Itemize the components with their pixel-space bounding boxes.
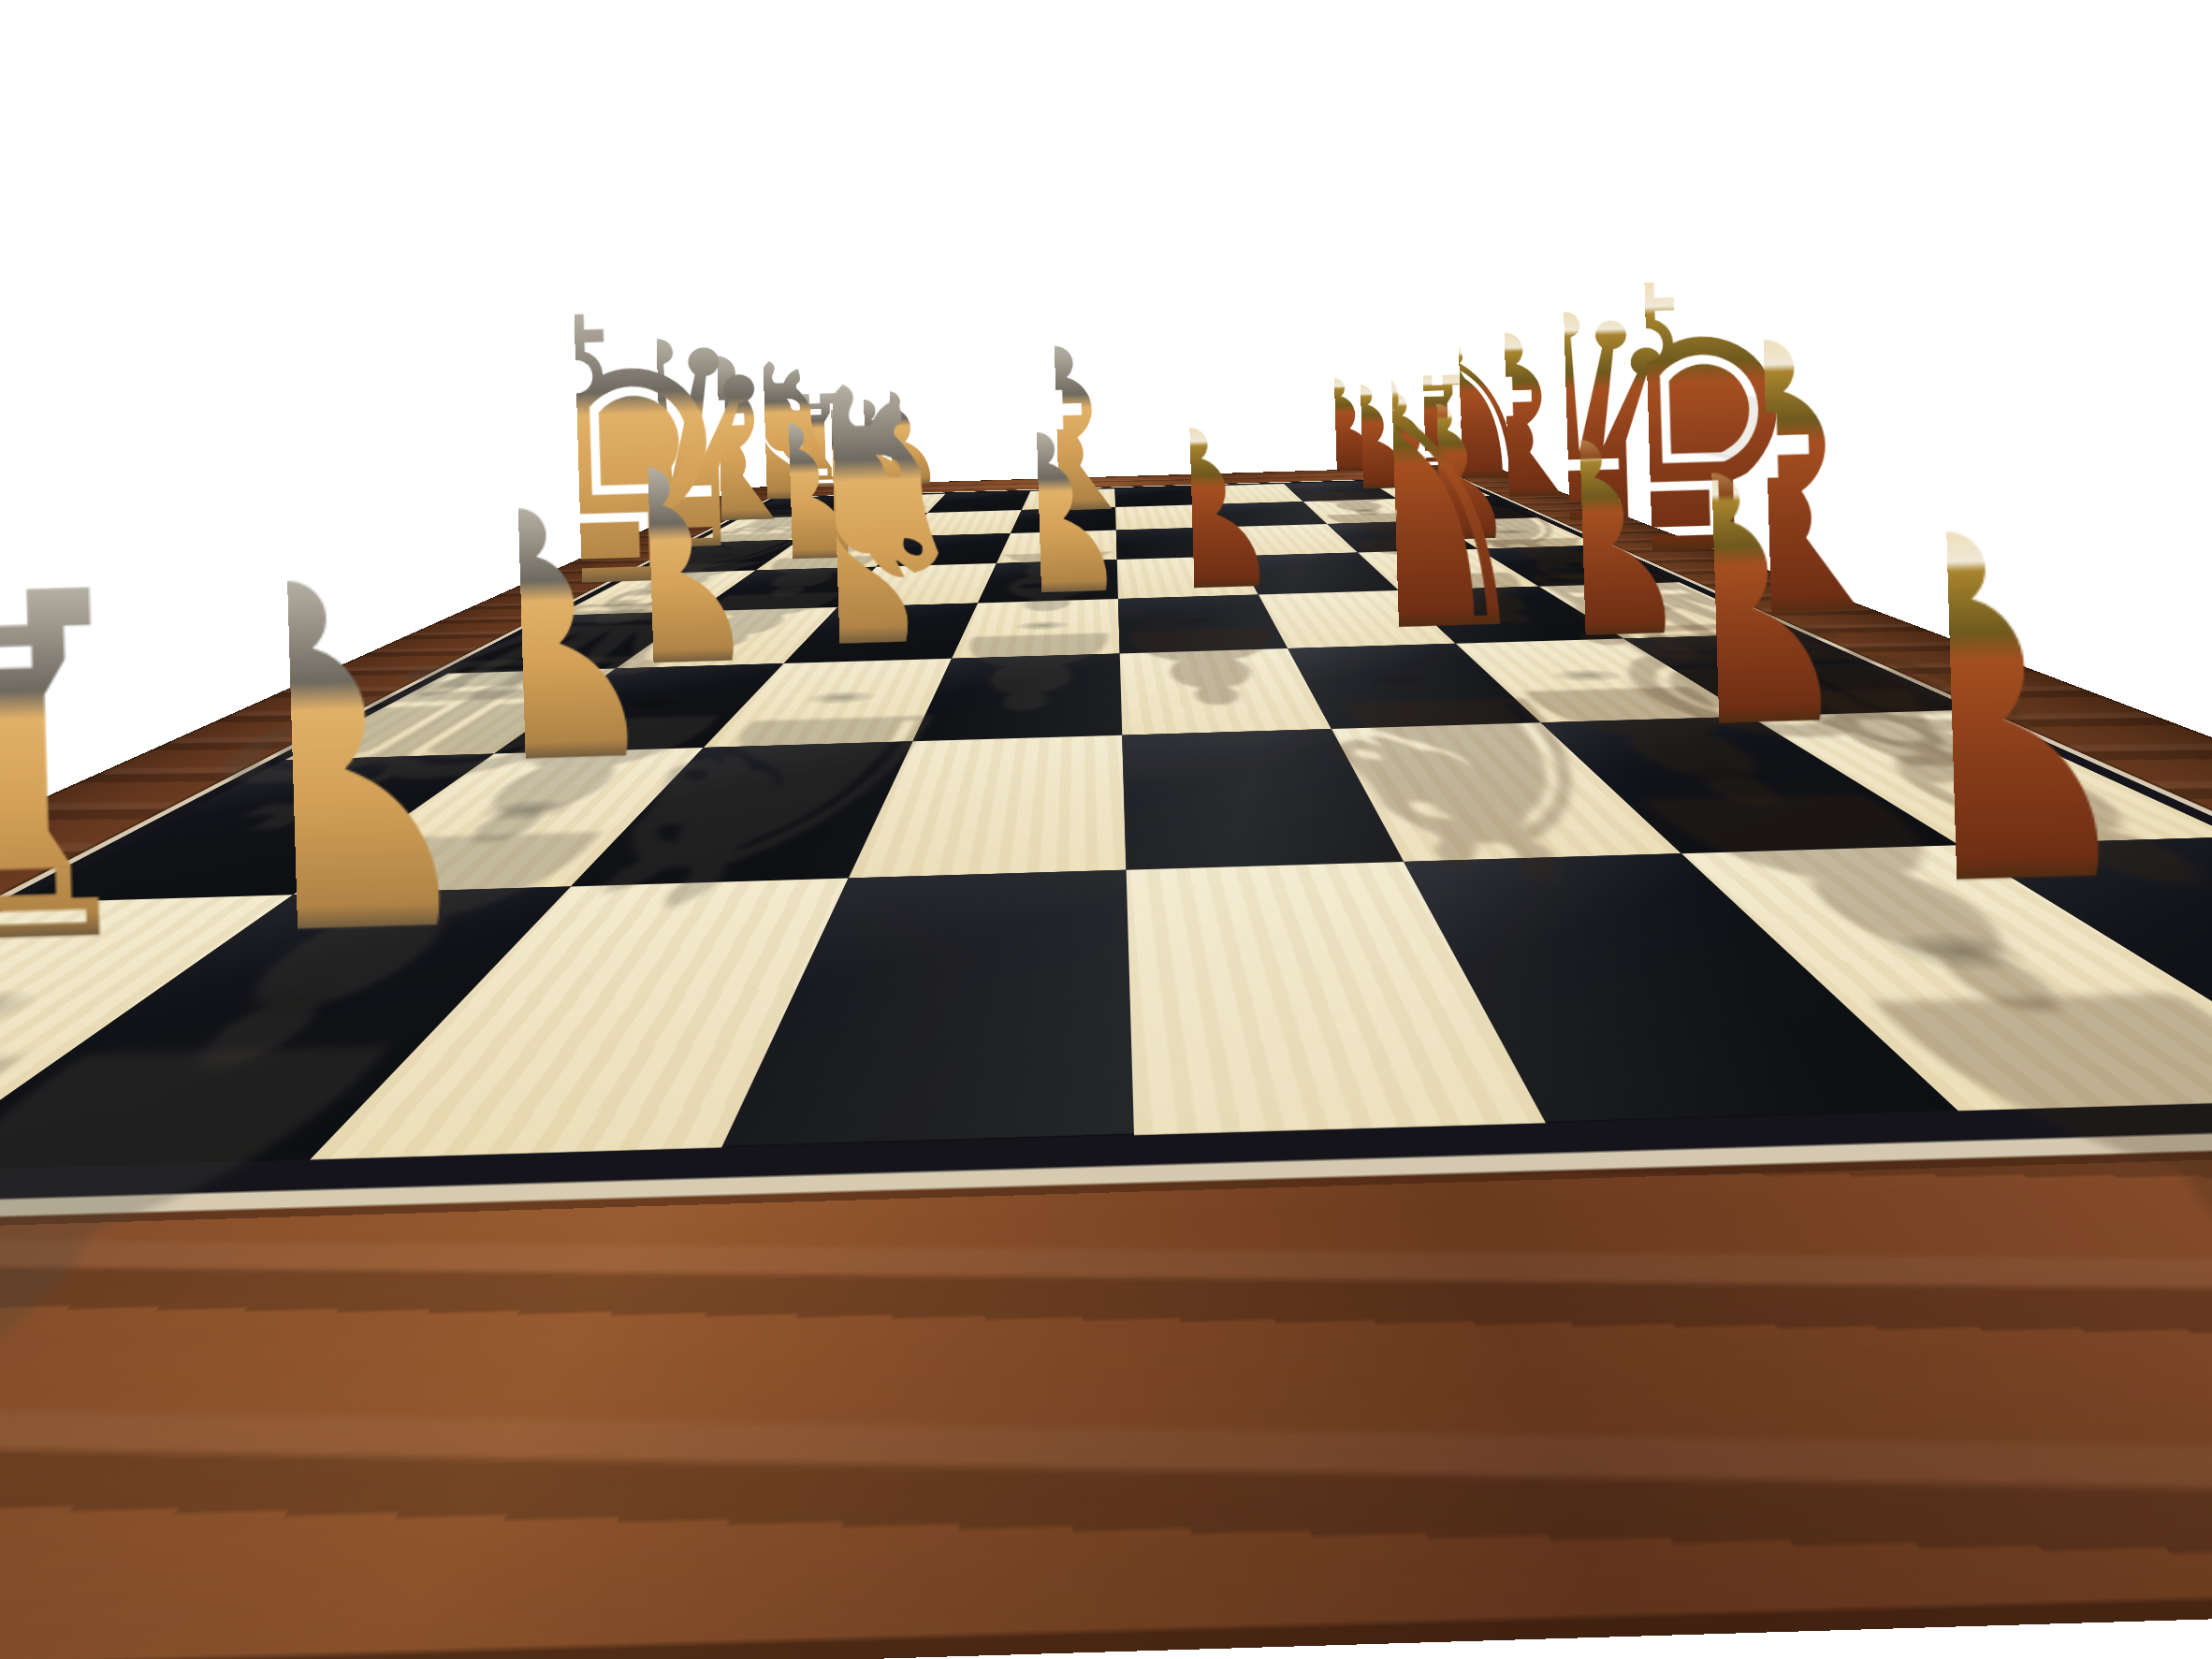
black-knight-icon: ♞	[1231, 323, 1560, 687]
piece-upright: ♟	[1944, 464, 2212, 953]
white-rook-icon: ♜	[0, 530, 182, 1018]
scene: ♜♜♞♞♝♝♛♛♚♚♝♝♜♜♟♟♟♟♟♟♟♟♟♟♟♟♟♟♞♞♟♟♝♝♟♟♞♞♟♟…	[0, 0, 2212, 1659]
reflection-glyph: ♟	[1737, 934, 2212, 1659]
board-squares: ♜♜♞♞♝♝♛♛♚♚♝♝♜♜♟♟♟♟♟♟♟♟♟♟♟♟♟♟♞♞♟♟♝♝♟♟♞♞♟♟…	[0, 479, 2212, 1185]
product-photo: ♜♜♞♞♝♝♛♛♚♚♝♝♜♜♟♟♟♟♟♟♟♟♟♟♟♟♟♟♞♞♟♟♝♝♟♟♞♞♟♟…	[0, 0, 2212, 1659]
black-pawn-icon: ♟	[1732, 471, 2173, 959]
piece-upright: ♜	[0, 523, 394, 1011]
chess-board: ♜♜♞♞♝♝♛♛♚♚♝♝♜♜♟♟♟♟♟♟♟♟♟♟♟♟♟♟♞♞♟♟♝♝♟♟♞♞♟♟…	[0, 465, 2212, 1659]
